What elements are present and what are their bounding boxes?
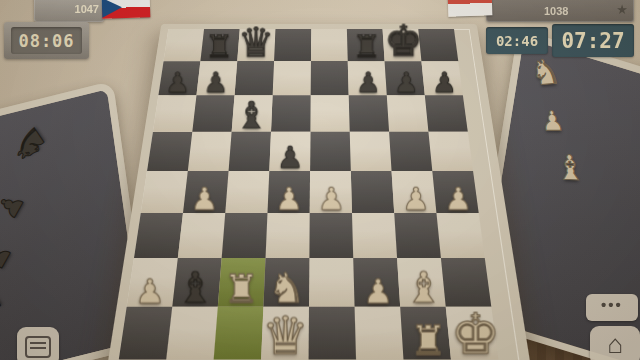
square-a1[interactable] — [119, 307, 173, 360]
square-d3[interactable] — [266, 213, 310, 258]
piece-black-king[interactable]: ♚ — [384, 19, 423, 62]
piece-white-pawn[interactable]: ♟ — [134, 275, 164, 308]
square-c2[interactable]: ♜ — [218, 258, 266, 307]
square-b1[interactable] — [166, 307, 218, 360]
square-h3[interactable] — [436, 213, 484, 258]
square-g2[interactable]: ♝ — [397, 258, 446, 307]
square-d8[interactable] — [274, 29, 311, 61]
piece-white-bishop[interactable]: ♝ — [404, 266, 442, 308]
captured-black-pawn: ♟ — [0, 188, 29, 224]
square-c8[interactable]: ♛ — [237, 29, 275, 61]
captured-white-knight: ♞ — [528, 54, 562, 90]
piece-black-rook[interactable]: ♜ — [205, 31, 233, 62]
piece-white-pawn[interactable]: ♟ — [190, 184, 218, 215]
player-left-plate: Michalusetina 1047 — [34, 0, 104, 22]
list-menu-icon — [25, 336, 51, 358]
square-f3[interactable] — [352, 213, 397, 258]
piece-black-pawn[interactable]: ♟ — [355, 69, 380, 97]
piece-white-queen[interactable]: ♛ — [261, 309, 308, 360]
square-e4[interactable]: ♟ — [310, 171, 352, 213]
captured-white-bishop: ♝ — [555, 150, 586, 186]
indonesia-flag-icon — [448, 0, 493, 17]
chess-board: ♜♛♜♚♟♟♟♟♟♝♟♟♟♟♟♟♟♝♜♞♟♝♛♜♚ — [104, 24, 535, 360]
player-right-secondary-clock: 02:46 — [486, 27, 548, 54]
piece-white-pawn[interactable]: ♟ — [402, 184, 430, 215]
square-f7[interactable]: ♟ — [348, 61, 387, 95]
square-d1[interactable]: ♛ — [261, 307, 309, 360]
square-c3[interactable] — [222, 213, 268, 258]
square-h5[interactable] — [428, 132, 473, 171]
piece-black-pawn[interactable]: ♟ — [432, 69, 457, 97]
captured-white-pawn: ♟ — [540, 107, 565, 134]
square-h8[interactable] — [418, 29, 458, 61]
piece-black-pawn[interactable]: ♟ — [203, 69, 228, 97]
square-e2[interactable] — [309, 258, 355, 307]
piece-white-pawn[interactable]: ♟ — [275, 184, 303, 215]
piece-white-pawn[interactable]: ♟ — [362, 275, 392, 308]
square-d5[interactable]: ♟ — [269, 132, 310, 171]
more-options-button[interactable]: ••• — [586, 294, 638, 321]
square-h6[interactable] — [425, 95, 468, 132]
square-h7[interactable]: ♟ — [421, 61, 462, 95]
piece-white-pawn[interactable]: ♟ — [317, 184, 345, 215]
square-d2[interactable]: ♞ — [263, 258, 309, 307]
player-left-clock: 08:06 — [11, 27, 82, 54]
square-f6[interactable] — [349, 95, 389, 132]
piece-white-king[interactable]: ♚ — [450, 306, 500, 360]
player-right-plate: Player 786 1038 ★ — [486, 0, 634, 22]
piece-black-queen[interactable]: ♛ — [237, 22, 273, 62]
square-g5[interactable] — [389, 132, 432, 171]
square-d6[interactable] — [271, 95, 311, 132]
player-right-clock: 07:27 — [552, 24, 634, 57]
square-h1[interactable]: ♚ — [446, 307, 499, 360]
square-f5[interactable] — [350, 132, 392, 171]
piece-white-rook[interactable]: ♜ — [409, 321, 445, 360]
square-c1[interactable] — [214, 307, 264, 360]
square-b3[interactable] — [178, 213, 225, 258]
square-h2[interactable] — [441, 258, 491, 307]
square-g6[interactable] — [387, 95, 429, 132]
square-g8[interactable]: ♚ — [383, 29, 422, 61]
square-c5[interactable] — [229, 132, 271, 171]
square-b4[interactable]: ♟ — [183, 171, 229, 213]
captured-black-knight: ♞ — [0, 282, 11, 334]
captured-black-pawn: ♟ — [0, 239, 17, 275]
home-button[interactable]: ⌂ — [590, 326, 640, 360]
square-a7[interactable]: ♟ — [158, 61, 200, 95]
square-b2[interactable]: ♝ — [172, 258, 221, 307]
piece-black-pawn[interactable]: ♟ — [393, 69, 418, 97]
menu-button[interactable] — [17, 327, 59, 360]
captured-black-knight: ♞ — [5, 119, 54, 171]
square-d4[interactable]: ♟ — [267, 171, 310, 213]
piece-white-rook[interactable]: ♜ — [223, 270, 258, 309]
square-a8[interactable] — [164, 29, 205, 61]
piece-black-rook[interactable]: ♜ — [352, 31, 380, 62]
square-e3[interactable] — [309, 213, 353, 258]
square-a5[interactable] — [147, 132, 192, 171]
square-g1[interactable]: ♜ — [400, 307, 451, 360]
piece-white-knight[interactable]: ♞ — [268, 268, 305, 309]
square-h4[interactable]: ♟ — [432, 171, 478, 213]
square-e8[interactable] — [311, 29, 348, 61]
square-d7[interactable] — [273, 61, 311, 95]
square-b8[interactable]: ♜ — [200, 29, 239, 61]
square-e5[interactable] — [310, 132, 351, 171]
square-e7[interactable] — [311, 61, 349, 95]
square-c6[interactable]: ♝ — [232, 95, 273, 132]
square-f1[interactable] — [355, 307, 404, 360]
czech-flag-icon — [102, 0, 151, 19]
piece-black-pawn[interactable]: ♟ — [276, 143, 303, 173]
square-f8[interactable]: ♜ — [347, 29, 385, 61]
square-a6[interactable] — [153, 95, 197, 132]
home-icon: ⌂ — [607, 331, 623, 357]
piece-black-bishop[interactable]: ♝ — [235, 97, 268, 134]
square-e1[interactable] — [309, 307, 356, 360]
square-b6[interactable] — [192, 95, 234, 132]
piece-black-bishop[interactable]: ♝ — [176, 266, 214, 308]
square-a4[interactable] — [141, 171, 188, 213]
square-f4[interactable] — [351, 171, 394, 213]
piece-black-pawn[interactable]: ♟ — [165, 69, 190, 97]
square-g4[interactable]: ♟ — [392, 171, 437, 213]
star-icon: ★ — [616, 2, 628, 17]
square-b7[interactable]: ♟ — [196, 61, 237, 95]
player-right-rating: 1038 — [544, 5, 568, 17]
game-screen: ♞♟♟♞ ♞♟♝ ♜♛♜♚♟♟♟♟♟♝♟♟♟♟♟♟♟♝♜♞♟♝♛♜♚ Micha… — [0, 0, 640, 360]
square-a3[interactable] — [134, 213, 183, 258]
player-left-rating: 1047 — [75, 3, 99, 15]
square-b5[interactable] — [188, 132, 232, 171]
square-g7[interactable]: ♟ — [385, 61, 425, 95]
piece-white-pawn[interactable]: ♟ — [444, 184, 472, 215]
square-e6[interactable] — [310, 95, 349, 132]
square-a2[interactable]: ♟ — [127, 258, 178, 307]
square-c7[interactable] — [235, 61, 275, 95]
square-c4[interactable] — [225, 171, 269, 213]
square-g3[interactable] — [394, 213, 441, 258]
board-squares: ♜♛♜♚♟♟♟♟♟♝♟♟♟♟♟♟♟♝♜♞♟♝♛♜♚ — [119, 29, 499, 359]
square-f2[interactable]: ♟ — [353, 258, 400, 307]
